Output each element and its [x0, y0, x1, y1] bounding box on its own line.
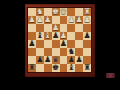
square-h2[interactable]: ♟ [28, 16, 36, 24]
square-g2[interactable]: ♟ [36, 16, 44, 24]
square-g5[interactable] [36, 40, 44, 48]
piece-black-pawn[interactable]: ♟ [44, 56, 51, 64]
piece-black-pawn[interactable]: ♟ [52, 32, 59, 40]
square-d2[interactable] [60, 16, 68, 24]
square-b5[interactable] [75, 40, 83, 48]
square-a5[interactable] [83, 40, 91, 48]
square-f7[interactable]: ♟ [44, 56, 52, 64]
square-b8[interactable] [75, 64, 83, 72]
piece-white-pawn[interactable]: ♟ [76, 16, 83, 24]
square-f8[interactable] [44, 64, 52, 72]
square-d5[interactable]: ♟ [60, 40, 68, 48]
square-a4[interactable]: ♟ [83, 32, 91, 40]
square-h3[interactable] [28, 24, 36, 32]
square-f5[interactable] [44, 40, 52, 48]
watermark-blob [106, 73, 115, 78]
piece-black-king[interactable]: ♚ [52, 64, 59, 72]
square-h5[interactable]: ♟ [28, 40, 36, 48]
piece-white-bishop[interactable]: ♝ [44, 32, 51, 40]
square-b4[interactable] [75, 32, 83, 40]
piece-white-king[interactable]: ♚ [52, 8, 59, 16]
piece-black-bishop[interactable]: ♝ [36, 32, 43, 40]
piece-white-pawn[interactable]: ♟ [36, 16, 43, 24]
square-b7[interactable]: ♟ [75, 56, 83, 64]
square-g4[interactable]: ♝ [36, 32, 44, 40]
piece-black-rook[interactable]: ♜ [83, 64, 90, 72]
square-g7[interactable]: ♟ [36, 56, 44, 64]
square-h6[interactable] [28, 48, 36, 56]
piece-white-pawn[interactable]: ♟ [83, 16, 90, 24]
square-b2[interactable]: ♟ [75, 16, 83, 24]
square-d6[interactable] [60, 48, 68, 56]
square-c2[interactable]: ♟ [67, 16, 75, 24]
square-c8[interactable]: ♝ [67, 64, 75, 72]
square-g8[interactable] [36, 64, 44, 72]
piece-black-pawn[interactable]: ♟ [36, 56, 43, 64]
square-h8[interactable]: ♜ [28, 64, 36, 72]
square-e5[interactable] [52, 40, 60, 48]
square-d8[interactable] [60, 64, 68, 72]
square-b3[interactable] [75, 24, 83, 32]
piece-black-rook[interactable]: ♜ [28, 64, 35, 72]
square-a6[interactable] [83, 48, 91, 56]
square-f2[interactable]: ♟ [44, 16, 52, 24]
piece-black-bishop[interactable]: ♝ [68, 64, 75, 72]
square-e8[interactable]: ♚ [52, 64, 60, 72]
piece-white-queen[interactable]: ♛ [60, 8, 67, 16]
piece-white-pawn[interactable]: ♟ [28, 16, 35, 24]
square-d7[interactable] [60, 56, 68, 64]
piece-white-pawn[interactable]: ♟ [68, 16, 75, 24]
piece-black-pawn[interactable]: ♟ [83, 32, 90, 40]
square-e1[interactable]: ♚ [52, 8, 60, 16]
square-e4[interactable]: ♟ [52, 32, 60, 40]
square-a8[interactable]: ♜ [83, 64, 91, 72]
piece-white-pawn[interactable]: ♟ [44, 16, 51, 24]
square-c4[interactable] [67, 32, 75, 40]
app-background: ♞♚♛♜♟♟♟♟♟♟♟♝♝♟♟♟♟♟♞♟♟♛♟♟♜♚♝♜ [0, 0, 120, 90]
piece-black-pawn[interactable]: ♟ [76, 56, 83, 64]
piece-black-pawn[interactable]: ♟ [60, 40, 67, 48]
square-d1[interactable]: ♛ [60, 8, 68, 16]
square-c3[interactable] [67, 24, 75, 32]
square-f4[interactable]: ♝ [44, 32, 52, 40]
square-a2[interactable]: ♟ [83, 16, 91, 24]
piece-black-pawn[interactable]: ♟ [28, 40, 35, 48]
chess-board[interactable]: ♞♚♛♜♟♟♟♟♟♟♟♝♝♟♟♟♟♟♞♟♟♛♟♟♜♚♝♜ [28, 8, 91, 72]
